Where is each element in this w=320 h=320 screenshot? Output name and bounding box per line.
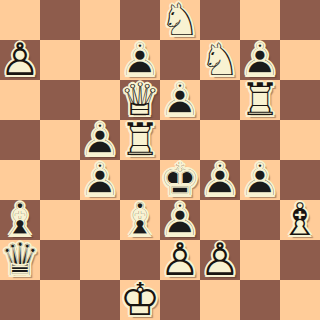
piece-white-knight-f7[interactable]: ♞♘ xyxy=(200,40,240,80)
white-pawn-icon: ♙ xyxy=(200,239,240,279)
piece-black-pawn-c4[interactable]: ♟♙ xyxy=(80,160,120,200)
square-c6[interactable] xyxy=(80,80,120,120)
square-c4[interactable]: ♟♙ xyxy=(80,160,120,200)
square-c2[interactable] xyxy=(80,240,120,280)
square-d4[interactable] xyxy=(120,160,160,200)
square-f4[interactable]: ♟♙ xyxy=(200,160,240,200)
white-bishop-fill-icon: ♝ xyxy=(280,199,320,239)
square-c5[interactable]: ♟♙ xyxy=(80,120,120,160)
white-pawn-fill-icon: ♟ xyxy=(160,239,200,279)
piece-white-queen-d6[interactable]: ♛♕ xyxy=(120,80,160,120)
piece-white-king-d1[interactable]: ♚♔ xyxy=(120,280,160,320)
piece-black-bishop-d3[interactable]: ♝♗ xyxy=(120,200,160,240)
square-f7[interactable]: ♞♘ xyxy=(200,40,240,80)
square-g2[interactable] xyxy=(240,240,280,280)
piece-black-pawn-d7[interactable]: ♟♙ xyxy=(120,40,160,80)
white-pawn-icon: ♙ xyxy=(0,39,40,79)
black-pawn-icon: ♙ xyxy=(240,39,280,79)
square-h3[interactable]: ♝♗ xyxy=(280,200,320,240)
square-d2[interactable] xyxy=(120,240,160,280)
square-e3[interactable]: ♟♙ xyxy=(160,200,200,240)
square-d5[interactable]: ♜♖ xyxy=(120,120,160,160)
square-b8[interactable] xyxy=(40,0,80,40)
white-queen-icon: ♕ xyxy=(120,79,160,119)
black-pawn-fill-icon: ♟ xyxy=(120,39,160,79)
square-f5[interactable] xyxy=(200,120,240,160)
piece-white-pawn-a7[interactable]: ♟♙ xyxy=(0,40,40,80)
square-d1[interactable]: ♚♔ xyxy=(120,280,160,320)
white-rook-icon: ♖ xyxy=(120,119,160,159)
piece-black-queen-a2[interactable]: ♛♕ xyxy=(0,240,40,280)
piece-black-pawn-e3[interactable]: ♟♙ xyxy=(160,200,200,240)
square-f2[interactable]: ♟♙ xyxy=(200,240,240,280)
square-g6[interactable]: ♜♖ xyxy=(240,80,280,120)
white-rook-icon: ♖ xyxy=(240,79,280,119)
square-b1[interactable] xyxy=(40,280,80,320)
black-pawn-fill-icon: ♟ xyxy=(240,159,280,199)
square-d7[interactable]: ♟♙ xyxy=(120,40,160,80)
square-a2[interactable]: ♛♕ xyxy=(0,240,40,280)
square-c1[interactable] xyxy=(80,280,120,320)
black-bishop-icon: ♗ xyxy=(120,199,160,239)
piece-white-pawn-f2[interactable]: ♟♙ xyxy=(200,240,240,280)
black-king-icon: ♔ xyxy=(160,159,200,199)
piece-white-rook-d5[interactable]: ♜♖ xyxy=(120,120,160,160)
black-pawn-icon: ♙ xyxy=(160,79,200,119)
black-bishop-icon: ♗ xyxy=(0,199,40,239)
white-knight-icon: ♘ xyxy=(200,39,240,79)
black-pawn-fill-icon: ♟ xyxy=(160,79,200,119)
square-h6[interactable] xyxy=(280,80,320,120)
square-a7[interactable]: ♟♙ xyxy=(0,40,40,80)
square-g7[interactable]: ♟♙ xyxy=(240,40,280,80)
black-bishop-fill-icon: ♝ xyxy=(120,199,160,239)
square-d8[interactable] xyxy=(120,0,160,40)
black-queen-icon: ♕ xyxy=(0,239,40,279)
black-pawn-icon: ♙ xyxy=(80,159,120,199)
piece-white-rook-g6[interactable]: ♜♖ xyxy=(240,80,280,120)
square-b7[interactable] xyxy=(40,40,80,80)
piece-black-bishop-a3[interactable]: ♝♗ xyxy=(0,200,40,240)
square-c3[interactable] xyxy=(80,200,120,240)
black-pawn-fill-icon: ♟ xyxy=(160,199,200,239)
black-pawn-fill-icon: ♟ xyxy=(240,39,280,79)
white-knight-fill-icon: ♞ xyxy=(200,39,240,79)
square-g8[interactable] xyxy=(240,0,280,40)
square-e7[interactable] xyxy=(160,40,200,80)
square-f8[interactable] xyxy=(200,0,240,40)
square-a4[interactable] xyxy=(0,160,40,200)
square-b2[interactable] xyxy=(40,240,80,280)
white-rook-fill-icon: ♜ xyxy=(240,79,280,119)
square-h7[interactable] xyxy=(280,40,320,80)
black-pawn-icon: ♙ xyxy=(120,39,160,79)
black-queen-fill-icon: ♛ xyxy=(0,239,40,279)
white-queen-fill-icon: ♛ xyxy=(120,79,160,119)
black-pawn-icon: ♙ xyxy=(200,159,240,199)
piece-black-pawn-f4[interactable]: ♟♙ xyxy=(200,160,240,200)
square-f1[interactable] xyxy=(200,280,240,320)
square-b5[interactable] xyxy=(40,120,80,160)
white-pawn-icon: ♙ xyxy=(160,239,200,279)
black-pawn-icon: ♙ xyxy=(240,159,280,199)
square-e8[interactable]: ♞♘ xyxy=(160,0,200,40)
square-g5[interactable] xyxy=(240,120,280,160)
square-g1[interactable] xyxy=(240,280,280,320)
square-g3[interactable] xyxy=(240,200,280,240)
white-knight-fill-icon: ♞ xyxy=(160,0,200,39)
square-e5[interactable] xyxy=(160,120,200,160)
square-h4[interactable] xyxy=(280,160,320,200)
black-pawn-fill-icon: ♟ xyxy=(80,159,120,199)
black-pawn-fill-icon: ♟ xyxy=(200,159,240,199)
square-a8[interactable] xyxy=(0,0,40,40)
white-bishop-icon: ♗ xyxy=(280,199,320,239)
square-a6[interactable] xyxy=(0,80,40,120)
square-c8[interactable] xyxy=(80,0,120,40)
piece-black-pawn-g7[interactable]: ♟♙ xyxy=(240,40,280,80)
square-b3[interactable] xyxy=(40,200,80,240)
square-h5[interactable] xyxy=(280,120,320,160)
square-b4[interactable] xyxy=(40,160,80,200)
black-pawn-fill-icon: ♟ xyxy=(80,119,120,159)
black-bishop-fill-icon: ♝ xyxy=(0,199,40,239)
white-pawn-fill-icon: ♟ xyxy=(200,239,240,279)
piece-white-pawn-e2[interactable]: ♟♙ xyxy=(160,240,200,280)
black-king-fill-icon: ♚ xyxy=(160,159,200,199)
square-a5[interactable] xyxy=(0,120,40,160)
piece-black-pawn-g4[interactable]: ♟♙ xyxy=(240,160,280,200)
square-e6[interactable]: ♟♙ xyxy=(160,80,200,120)
piece-black-pawn-c5[interactable]: ♟♙ xyxy=(80,120,120,160)
piece-white-knight-e8[interactable]: ♞♘ xyxy=(160,0,200,40)
chess-board: ♞♘♟♙♟♙♞♘♟♙♛♕♟♙♜♖♟♙♜♖♟♙♚♔♟♙♟♙♝♗♝♗♟♙♝♗♛♕♟♙… xyxy=(0,0,320,320)
piece-black-pawn-e6[interactable]: ♟♙ xyxy=(160,80,200,120)
square-f3[interactable] xyxy=(200,200,240,240)
square-h2[interactable] xyxy=(280,240,320,280)
square-b6[interactable] xyxy=(40,80,80,120)
black-pawn-icon: ♙ xyxy=(160,199,200,239)
square-e4[interactable]: ♚♔ xyxy=(160,160,200,200)
piece-white-bishop-h3[interactable]: ♝♗ xyxy=(280,200,320,240)
white-rook-fill-icon: ♜ xyxy=(120,119,160,159)
square-h8[interactable] xyxy=(280,0,320,40)
square-e1[interactable] xyxy=(160,280,200,320)
square-g4[interactable]: ♟♙ xyxy=(240,160,280,200)
square-a3[interactable]: ♝♗ xyxy=(0,200,40,240)
piece-black-king-e4[interactable]: ♚♔ xyxy=(160,160,200,200)
square-d3[interactable]: ♝♗ xyxy=(120,200,160,240)
white-pawn-fill-icon: ♟ xyxy=(0,39,40,79)
white-knight-icon: ♘ xyxy=(160,0,200,39)
square-d6[interactable]: ♛♕ xyxy=(120,80,160,120)
square-c7[interactable] xyxy=(80,40,120,80)
white-king-fill-icon: ♚ xyxy=(120,279,160,319)
square-a1[interactable] xyxy=(0,280,40,320)
square-e2[interactable]: ♟♙ xyxy=(160,240,200,280)
square-h1[interactable] xyxy=(280,280,320,320)
white-king-icon: ♔ xyxy=(120,279,160,319)
square-f6[interactable] xyxy=(200,80,240,120)
black-pawn-icon: ♙ xyxy=(80,119,120,159)
